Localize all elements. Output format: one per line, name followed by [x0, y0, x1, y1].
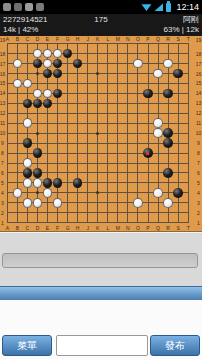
- coordinate-label: B: [16, 226, 19, 231]
- coordinate-label: T: [187, 226, 190, 231]
- stone-white: [23, 178, 33, 188]
- stone-black: [53, 69, 63, 79]
- coordinate-label: J: [86, 226, 89, 231]
- grid-line: [117, 43, 118, 223]
- stone-black: [163, 168, 173, 178]
- stone-black: [73, 178, 83, 188]
- coordinate-label: 18: [0, 51, 6, 57]
- player-stats: 14k | 42%: [3, 25, 38, 35]
- bottom-panel: 菜單 發布: [0, 300, 202, 359]
- coordinate-label: 17: [0, 61, 6, 67]
- grid-line: [7, 222, 189, 223]
- coordinate-label: 3: [195, 200, 202, 206]
- coordinate-label: 16: [195, 71, 202, 77]
- grid-line: [7, 143, 189, 144]
- stone-black: [143, 89, 153, 99]
- coordinate-label: S: [176, 37, 179, 42]
- stone-white: [23, 198, 33, 208]
- stone-black: [173, 69, 183, 79]
- coordinate-label: A: [6, 37, 9, 42]
- coordinate-label: C: [26, 226, 30, 231]
- stone-black: [53, 178, 63, 188]
- coordinate-label: A: [6, 226, 9, 231]
- coordinate-label: 3: [0, 200, 6, 206]
- coordinate-label: K: [96, 37, 99, 42]
- stone-white: [13, 79, 23, 89]
- stone-white: [33, 198, 43, 208]
- stone-black: [43, 99, 53, 109]
- stone-white: [153, 188, 163, 198]
- coordinate-label: 16: [0, 71, 6, 77]
- coordinate-label: 5: [0, 180, 6, 186]
- grid-line: [7, 212, 189, 213]
- stone-white: [13, 59, 23, 69]
- signal-icon: [154, 3, 163, 11]
- coordinate-label: 14: [195, 90, 202, 96]
- coordinate-label: 9: [0, 140, 6, 146]
- move-progress-bar[interactable]: [2, 253, 198, 268]
- notification-icon: [3, 3, 11, 11]
- coordinate-label: 11: [195, 120, 202, 126]
- coordinate-label: M: [116, 37, 120, 42]
- notification-icon: [25, 3, 33, 11]
- lower-tray: [0, 233, 202, 286]
- stone-black: [163, 128, 173, 138]
- coordinate-label: 8: [0, 150, 6, 156]
- menu-button[interactable]: 菜單: [2, 335, 52, 356]
- coordinate-label: 11: [0, 120, 6, 126]
- coordinate-label: 2: [0, 210, 6, 216]
- stone-black: [23, 168, 33, 178]
- coordinate-label: 7: [195, 160, 202, 166]
- stone-black: [53, 59, 63, 69]
- star-point: [96, 72, 99, 75]
- coordinate-label: 10: [195, 130, 202, 136]
- status-bar: 12:14: [0, 0, 202, 14]
- star-point: [36, 191, 39, 194]
- stone-white: [43, 89, 53, 99]
- stone-black: [63, 49, 73, 59]
- stone-white: [163, 198, 173, 208]
- coordinate-label: L: [106, 226, 109, 231]
- coordinate-label: O: [136, 37, 140, 42]
- banner-bar: [0, 286, 202, 300]
- player-id: 2272914521: [3, 15, 48, 25]
- coordinate-label: M: [116, 226, 120, 231]
- coordinate-label: 4: [0, 190, 6, 196]
- go-board[interactable]: AABBCCDDEEFFGGHHJJKKLLMMNNOOPPQQRRSSTT19…: [0, 36, 202, 232]
- stone-black: [73, 59, 83, 69]
- coordinate-label: 12: [0, 110, 6, 116]
- coordinate-label: 14: [0, 90, 6, 96]
- coordinate-label: Q: [156, 37, 160, 42]
- battery-icon: [166, 3, 171, 12]
- coordinate-label: D: [36, 226, 40, 231]
- stone-black: [173, 188, 183, 198]
- stone-black: [163, 138, 173, 148]
- coordinate-label: 1: [0, 220, 6, 226]
- stone-white: [23, 158, 33, 168]
- coordinate-label: F: [56, 226, 59, 231]
- coordinate-label: 17: [195, 61, 202, 67]
- post-button[interactable]: 發布: [150, 335, 200, 356]
- opponent-stats: 63% | 12k: [164, 25, 199, 35]
- grid-line: [107, 43, 108, 223]
- coordinate-label: T: [187, 37, 190, 42]
- coordinate-label: 12: [195, 110, 202, 116]
- coordinate-label: D: [36, 37, 40, 42]
- stone-black: [33, 168, 43, 178]
- notification-icon: [36, 3, 44, 11]
- coordinate-label: 1: [195, 220, 202, 226]
- coordinate-label: 18: [195, 51, 202, 57]
- notification-icon: [14, 3, 22, 11]
- stone-white: [43, 49, 53, 59]
- game-header: 2272914521 175 阿刚 14k | 42% 63% | 12k: [0, 14, 202, 36]
- grid-line: [7, 163, 189, 164]
- grid-line: [148, 43, 149, 223]
- coordinate-label: N: [126, 37, 130, 42]
- coordinate-label: N: [126, 226, 130, 231]
- stone-white: [153, 128, 163, 138]
- coordinate-label: S: [176, 226, 179, 231]
- opponent-name: 阿刚: [183, 15, 199, 25]
- chat-input[interactable]: [56, 335, 148, 356]
- star-point: [96, 191, 99, 194]
- coordinate-label: 4: [195, 190, 202, 196]
- coordinate-label: 7: [0, 160, 6, 166]
- coordinate-label: 19: [0, 37, 6, 43]
- stone-white: [163, 59, 173, 69]
- stone-white: [43, 59, 53, 69]
- coordinate-label: E: [46, 226, 49, 231]
- last-move-marker: [146, 152, 149, 155]
- stone-white: [53, 198, 63, 208]
- coordinate-label: K: [96, 226, 99, 231]
- coordinate-label: E: [46, 37, 49, 42]
- stone-white: [53, 49, 63, 59]
- stone-white: [33, 49, 43, 59]
- app-screen: 12:14 2272914521 175 阿刚 14k | 42% 63% | …: [0, 0, 202, 359]
- move-number: 175: [94, 15, 107, 25]
- coordinate-label: 10: [0, 130, 6, 136]
- coordinate-label: 9: [195, 140, 202, 146]
- stone-white: [23, 118, 33, 128]
- grid-line: [137, 43, 138, 223]
- stone-black: [43, 178, 53, 188]
- coordinate-label: Q: [156, 226, 160, 231]
- stone-black: [23, 138, 33, 148]
- coordinate-label: P: [146, 37, 149, 42]
- grid-line: [127, 43, 128, 223]
- stone-white: [33, 178, 43, 188]
- coordinate-label: R: [166, 37, 170, 42]
- coordinate-label: G: [66, 226, 70, 231]
- clock: 12:14: [176, 2, 199, 12]
- stone-black: [163, 89, 173, 99]
- stone-white: [153, 118, 163, 128]
- coordinate-label: 5: [195, 180, 202, 186]
- wifi-icon: [141, 3, 151, 11]
- coordinate-label: 15: [0, 80, 6, 86]
- coordinate-label: J: [86, 37, 89, 42]
- coordinate-label: B: [16, 37, 19, 42]
- stone-black: [33, 148, 43, 158]
- coordinate-label: H: [76, 226, 80, 231]
- stone-white: [23, 79, 33, 89]
- stone-black: [33, 99, 43, 109]
- coordinate-label: R: [166, 226, 170, 231]
- coordinate-label: C: [26, 37, 30, 42]
- stone-black: [33, 59, 43, 69]
- coordinate-label: L: [106, 37, 109, 42]
- coordinate-label: 6: [195, 170, 202, 176]
- coordinate-label: 8: [195, 150, 202, 156]
- stone-white: [153, 69, 163, 79]
- star-point: [36, 72, 39, 75]
- coordinate-label: 19: [195, 37, 202, 43]
- stone-black: [143, 148, 153, 158]
- coordinate-label: P: [146, 226, 149, 231]
- coordinate-label: 6: [0, 170, 6, 176]
- star-point: [36, 132, 39, 135]
- coordinate-label: O: [136, 226, 140, 231]
- star-point: [96, 132, 99, 135]
- coordinate-label: G: [66, 37, 70, 42]
- stone-white: [13, 188, 23, 198]
- coordinate-label: 2: [195, 210, 202, 216]
- stone-black: [23, 99, 33, 109]
- coordinate-label: 13: [195, 100, 202, 106]
- stone-black: [53, 89, 63, 99]
- grid-line: [188, 43, 189, 223]
- coordinate-label: 13: [0, 100, 6, 106]
- coordinate-label: 15: [195, 80, 202, 86]
- stone-black: [43, 69, 53, 79]
- stone-white: [133, 198, 143, 208]
- stone-white: [133, 59, 143, 69]
- coordinate-label: H: [76, 37, 80, 42]
- stone-white: [43, 188, 53, 198]
- stone-white: [33, 89, 43, 99]
- coordinate-label: F: [56, 37, 59, 42]
